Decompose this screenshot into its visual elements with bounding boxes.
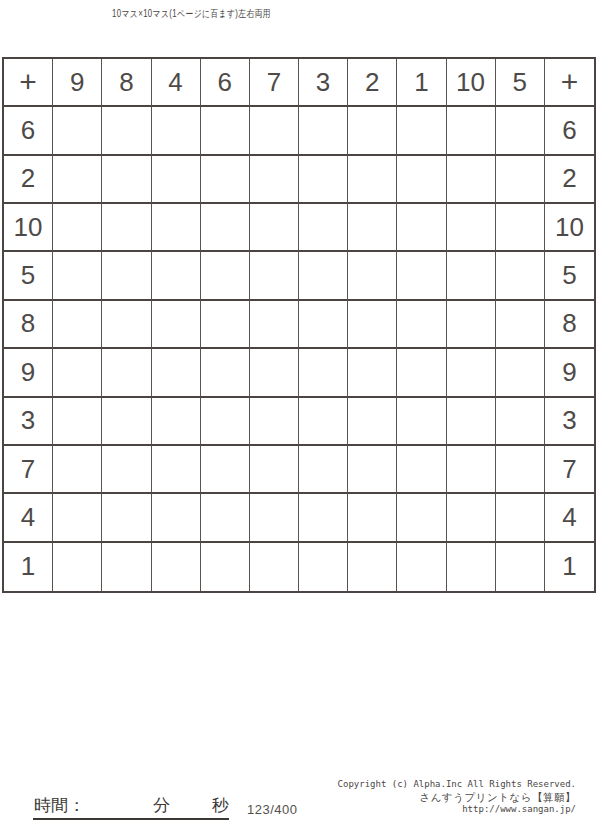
right-addend-cell: 1 (545, 543, 594, 591)
answer-cell (299, 156, 348, 204)
top-addend-cell: 6 (201, 59, 250, 107)
operator-cell: + (4, 59, 53, 107)
answer-cell (102, 107, 151, 155)
top-addend-cell: 1 (397, 59, 446, 107)
answer-cell (201, 204, 250, 252)
answer-cell (152, 349, 201, 397)
left-addend-cell: 2 (4, 156, 53, 204)
answer-cell (102, 446, 151, 494)
answer-cell (53, 398, 102, 446)
top-addend-cell: 10 (447, 59, 496, 107)
answer-cell (447, 204, 496, 252)
answer-cell (201, 446, 250, 494)
answer-cell (348, 252, 397, 300)
answer-cell (250, 349, 299, 397)
answer-cell (397, 301, 446, 349)
answer-cell (201, 252, 250, 300)
answer-cell (348, 156, 397, 204)
answer-cell (447, 107, 496, 155)
top-addend-cell: 4 (152, 59, 201, 107)
answer-cell (152, 156, 201, 204)
answer-cell (496, 494, 545, 542)
left-addend-cell: 8 (4, 301, 53, 349)
answer-cell (152, 252, 201, 300)
answer-cell (496, 252, 545, 300)
answer-cell (152, 398, 201, 446)
answer-cell (250, 301, 299, 349)
answer-cell (53, 204, 102, 252)
hundred-square-grid: +98467321105+6622101055889933774411 (2, 57, 596, 593)
answer-cell (250, 204, 299, 252)
answer-cell (250, 494, 299, 542)
seconds-label: 秒 (212, 795, 229, 817)
site-url: http://www.sangan.jp/ (338, 804, 576, 815)
answer-cell (102, 301, 151, 349)
minutes-label: 分 (153, 795, 170, 817)
answer-cell (447, 252, 496, 300)
answer-cell (397, 156, 446, 204)
page-number: 123/400 (247, 802, 298, 817)
answer-cell (102, 204, 151, 252)
answer-cell (102, 156, 151, 204)
answer-cell (299, 204, 348, 252)
time-label: 時間： (34, 795, 85, 817)
answer-cell (152, 543, 201, 591)
top-addend-cell: 2 (348, 59, 397, 107)
left-addend-cell: 10 (4, 204, 53, 252)
copyright-line: Copyright (c) Alpha.Inc All Rights Reser… (338, 779, 576, 791)
right-addend-cell: 3 (545, 398, 594, 446)
answer-cell (496, 543, 545, 591)
answer-cell (102, 252, 151, 300)
answer-cell (201, 301, 250, 349)
worksheet-title: 10マス×10マス(1ページに百ます)左右両用 (112, 7, 271, 21)
answer-cell (299, 349, 348, 397)
answer-cell (152, 301, 201, 349)
answer-cell (299, 494, 348, 542)
top-addend-cell: 5 (496, 59, 545, 107)
top-addend-cell: 8 (102, 59, 151, 107)
answer-cell (397, 204, 446, 252)
top-addend-cell: 9 (53, 59, 102, 107)
answer-cell (447, 494, 496, 542)
answer-cell (250, 543, 299, 591)
answer-cell (348, 398, 397, 446)
right-addend-cell: 6 (545, 107, 594, 155)
answer-cell (201, 156, 250, 204)
answer-cell (53, 301, 102, 349)
answer-cell (397, 494, 446, 542)
answer-cell (152, 204, 201, 252)
right-addend-cell: 5 (545, 252, 594, 300)
answer-cell (348, 543, 397, 591)
answer-cell (152, 107, 201, 155)
answer-cell (397, 446, 446, 494)
answer-cell (397, 349, 446, 397)
answer-cell (496, 398, 545, 446)
answer-cell (53, 349, 102, 397)
answer-cell (53, 156, 102, 204)
left-addend-cell: 9 (4, 349, 53, 397)
answer-cell (496, 349, 545, 397)
top-addend-cell: 7 (250, 59, 299, 107)
answer-cell (299, 301, 348, 349)
answer-cell (496, 107, 545, 155)
answer-cell (397, 398, 446, 446)
answer-cell (496, 446, 545, 494)
right-addend-cell: 10 (545, 204, 594, 252)
top-addend-cell: 3 (299, 59, 348, 107)
credit-line: さんすうプリントなら【算願】 (338, 791, 576, 804)
answer-cell (447, 349, 496, 397)
answer-cell (250, 252, 299, 300)
answer-cell (348, 349, 397, 397)
answer-cell (299, 398, 348, 446)
answer-cell (397, 543, 446, 591)
answer-cell (201, 543, 250, 591)
answer-cell (53, 107, 102, 155)
answer-cell (102, 349, 151, 397)
answer-cell (102, 398, 151, 446)
answer-cell (53, 494, 102, 542)
answer-cell (102, 494, 151, 542)
answer-cell (53, 543, 102, 591)
answer-cell (53, 446, 102, 494)
answer-cell (397, 252, 446, 300)
answer-cell (447, 301, 496, 349)
answer-cell (201, 398, 250, 446)
answer-cell (397, 107, 446, 155)
answer-cell (348, 301, 397, 349)
right-addend-cell: 2 (545, 156, 594, 204)
left-addend-cell: 1 (4, 543, 53, 591)
copyright-block: Copyright (c) Alpha.Inc All Rights Reser… (338, 779, 576, 815)
left-addend-cell: 6 (4, 107, 53, 155)
answer-cell (496, 204, 545, 252)
left-addend-cell: 5 (4, 252, 53, 300)
right-addend-cell: 4 (545, 494, 594, 542)
answer-cell (102, 543, 151, 591)
answer-cell (201, 107, 250, 155)
answer-cell (299, 543, 348, 591)
worksheet-page: 10マス×10マス(1ページに百ます)左右両用 +98467321105+662… (0, 0, 600, 825)
answer-cell (201, 349, 250, 397)
time-entry-line: 時間： 分 秒 (33, 795, 229, 820)
answer-cell (496, 156, 545, 204)
answer-cell (299, 107, 348, 155)
right-addend-cell: 8 (545, 301, 594, 349)
answer-cell (250, 156, 299, 204)
answer-cell (447, 446, 496, 494)
answer-cell (447, 156, 496, 204)
answer-cell (348, 107, 397, 155)
answer-cell (348, 494, 397, 542)
answer-cell (299, 252, 348, 300)
answer-cell (250, 446, 299, 494)
answer-cell (447, 543, 496, 591)
operator-cell: + (545, 59, 594, 107)
left-addend-cell: 3 (4, 398, 53, 446)
right-addend-cell: 7 (545, 446, 594, 494)
answer-cell (152, 446, 201, 494)
answer-cell (299, 446, 348, 494)
answer-cell (201, 494, 250, 542)
answer-cell (447, 398, 496, 446)
left-addend-cell: 7 (4, 446, 53, 494)
answer-cell (348, 446, 397, 494)
answer-cell (53, 252, 102, 300)
left-addend-cell: 4 (4, 494, 53, 542)
answer-cell (152, 494, 201, 542)
answer-cell (250, 398, 299, 446)
answer-cell (348, 204, 397, 252)
answer-cell (496, 301, 545, 349)
answer-cell (250, 107, 299, 155)
right-addend-cell: 9 (545, 349, 594, 397)
